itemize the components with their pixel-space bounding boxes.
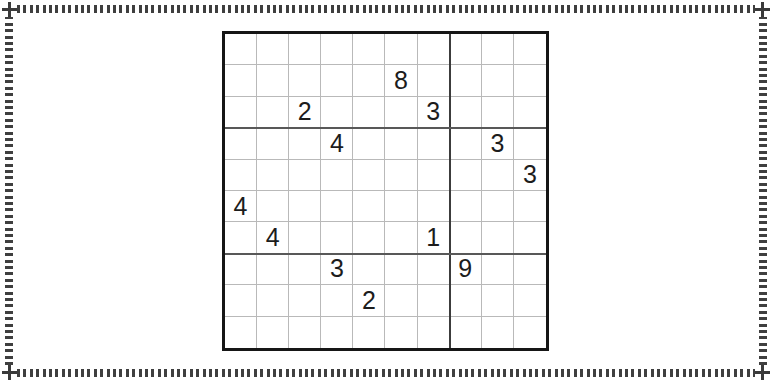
frame-corner-cross-icon <box>754 1 771 18</box>
cell-r3c5[interactable] <box>353 97 385 128</box>
cell-r10c2[interactable] <box>257 317 289 348</box>
cell-r4c3[interactable] <box>289 128 321 159</box>
cell-r7c8[interactable] <box>450 222 482 253</box>
cell-r5c5[interactable] <box>353 160 385 191</box>
cell-r1c1[interactable] <box>225 34 257 65</box>
cell-r9c3[interactable] <box>289 285 321 316</box>
cell-r6c3[interactable] <box>289 191 321 222</box>
clue-cell-r4c4: 4 <box>321 128 353 159</box>
cell-r10c10[interactable] <box>514 317 546 348</box>
cell-r2c5[interactable] <box>353 65 385 96</box>
cell-r6c7[interactable] <box>418 191 450 222</box>
clue-cell-r7c7: 1 <box>418 222 450 253</box>
cell-r2c7[interactable] <box>418 65 450 96</box>
cell-r8c10[interactable] <box>514 254 546 285</box>
cell-r4c8[interactable] <box>450 128 482 159</box>
cell-r3c2[interactable] <box>257 97 289 128</box>
clue-cell-r2c6: 8 <box>385 65 417 96</box>
cell-r9c6[interactable] <box>385 285 417 316</box>
cell-r10c1[interactable] <box>225 317 257 348</box>
cell-r8c9[interactable] <box>482 254 514 285</box>
cell-r7c6[interactable] <box>385 222 417 253</box>
cell-r3c4[interactable] <box>321 97 353 128</box>
cell-r6c2[interactable] <box>257 191 289 222</box>
cell-r9c10[interactable] <box>514 285 546 316</box>
frame-dash-border-right <box>759 17 767 365</box>
puzzle-page: 823433441392 <box>0 0 772 382</box>
cell-r9c4[interactable] <box>321 285 353 316</box>
cell-r10c9[interactable] <box>482 317 514 348</box>
cell-r7c4[interactable] <box>321 222 353 253</box>
cell-r1c8[interactable] <box>450 34 482 65</box>
clue-cell-r8c8: 9 <box>450 254 482 285</box>
cell-r10c8[interactable] <box>450 317 482 348</box>
clue-cell-r3c7: 3 <box>418 97 450 128</box>
cell-r1c6[interactable] <box>385 34 417 65</box>
cell-r7c5[interactable] <box>353 222 385 253</box>
cell-r9c7[interactable] <box>418 285 450 316</box>
cell-r10c6[interactable] <box>385 317 417 348</box>
cell-r6c8[interactable] <box>450 191 482 222</box>
frame-corner-cross-icon <box>1 1 18 18</box>
cell-r9c2[interactable] <box>257 285 289 316</box>
cell-r5c9[interactable] <box>482 160 514 191</box>
cell-r9c1[interactable] <box>225 285 257 316</box>
cell-r5c4[interactable] <box>321 160 353 191</box>
cell-r1c2[interactable] <box>257 34 289 65</box>
cell-r9c9[interactable] <box>482 285 514 316</box>
cell-r8c7[interactable] <box>418 254 450 285</box>
cell-r1c5[interactable] <box>353 34 385 65</box>
cell-r3c6[interactable] <box>385 97 417 128</box>
cell-r1c7[interactable] <box>418 34 450 65</box>
cell-r4c2[interactable] <box>257 128 289 159</box>
cell-r8c1[interactable] <box>225 254 257 285</box>
cell-r9c8[interactable] <box>450 285 482 316</box>
cell-r4c1[interactable] <box>225 128 257 159</box>
cell-r10c7[interactable] <box>418 317 450 348</box>
cell-r4c7[interactable] <box>418 128 450 159</box>
cell-r2c2[interactable] <box>257 65 289 96</box>
cell-r8c5[interactable] <box>353 254 385 285</box>
cell-r7c10[interactable] <box>514 222 546 253</box>
cell-r8c2[interactable] <box>257 254 289 285</box>
cell-r3c9[interactable] <box>482 97 514 128</box>
cell-r5c2[interactable] <box>257 160 289 191</box>
frame-dash-border-bottom <box>17 369 755 377</box>
cell-r3c10[interactable] <box>514 97 546 128</box>
cell-r2c10[interactable] <box>514 65 546 96</box>
cell-r4c5[interactable] <box>353 128 385 159</box>
cell-r6c9[interactable] <box>482 191 514 222</box>
frame-corner-cross-icon <box>754 364 771 381</box>
puzzle-board: 823433441392 <box>222 31 549 351</box>
puzzle-grid: 823433441392 <box>225 34 546 348</box>
cell-r6c4[interactable] <box>321 191 353 222</box>
cell-r5c6[interactable] <box>385 160 417 191</box>
clue-cell-r4c9: 3 <box>482 128 514 159</box>
cell-r8c6[interactable] <box>385 254 417 285</box>
cell-r5c7[interactable] <box>418 160 450 191</box>
frame-corner-cross-icon <box>1 364 18 381</box>
cell-r1c9[interactable] <box>482 34 514 65</box>
cell-r2c8[interactable] <box>450 65 482 96</box>
cell-r2c3[interactable] <box>289 65 321 96</box>
cell-r5c1[interactable] <box>225 160 257 191</box>
cell-r2c1[interactable] <box>225 65 257 96</box>
cell-r4c6[interactable] <box>385 128 417 159</box>
cell-r10c4[interactable] <box>321 317 353 348</box>
cell-r3c8[interactable] <box>450 97 482 128</box>
frame-dash-border-left <box>5 17 13 365</box>
cell-r6c5[interactable] <box>353 191 385 222</box>
clue-cell-r5c10: 3 <box>514 160 546 191</box>
cell-r1c4[interactable] <box>321 34 353 65</box>
clue-cell-r3c3: 2 <box>289 97 321 128</box>
cell-r10c5[interactable] <box>353 317 385 348</box>
cell-r3c1[interactable] <box>225 97 257 128</box>
cell-r10c3[interactable] <box>289 317 321 348</box>
cell-r4c10[interactable] <box>514 128 546 159</box>
cell-r6c6[interactable] <box>385 191 417 222</box>
clue-cell-r6c1: 4 <box>225 191 257 222</box>
cell-r7c1[interactable] <box>225 222 257 253</box>
cell-r5c3[interactable] <box>289 160 321 191</box>
cell-r1c10[interactable] <box>514 34 546 65</box>
cell-r7c3[interactable] <box>289 222 321 253</box>
cell-r6c10[interactable] <box>514 191 546 222</box>
cell-r8c3[interactable] <box>289 254 321 285</box>
cell-r2c9[interactable] <box>482 65 514 96</box>
cell-r5c8[interactable] <box>450 160 482 191</box>
clue-cell-r8c4: 3 <box>321 254 353 285</box>
cell-r2c4[interactable] <box>321 65 353 96</box>
frame-dash-border-top <box>17 5 755 13</box>
cell-r7c9[interactable] <box>482 222 514 253</box>
clue-cell-r9c5: 2 <box>353 285 385 316</box>
cell-r1c3[interactable] <box>289 34 321 65</box>
clue-cell-r7c2: 4 <box>257 222 289 253</box>
